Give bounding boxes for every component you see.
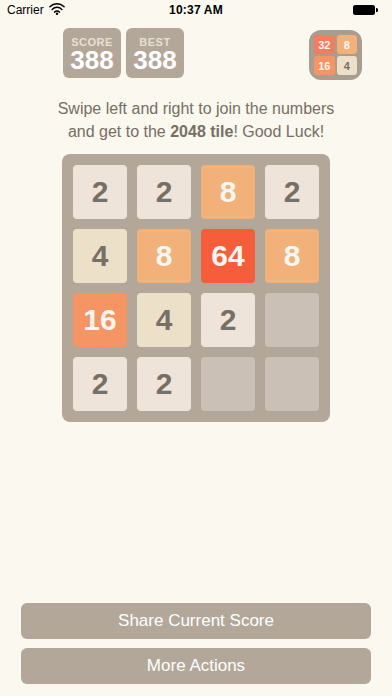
board-cell-r4c1-tile-2: 2 — [73, 357, 127, 411]
best-value: 388 — [133, 48, 176, 72]
app-icon-tile-32: 32 — [314, 35, 335, 54]
board-cell-r4c3-empty — [201, 357, 255, 411]
score-value: 388 — [70, 48, 113, 72]
instructions-line2: and get to the 2048 tile! Good Luck! — [0, 120, 392, 143]
board-cell-r3c3-tile-2: 2 — [201, 293, 255, 347]
board-cell-r2c4-tile-8: 8 — [265, 229, 319, 283]
board-cell-r2c3-tile-64: 64 — [201, 229, 255, 283]
app-icon-tile-16: 16 — [314, 56, 335, 75]
share-score-button[interactable]: Share Current Score — [21, 603, 371, 639]
best-score-box: BEST 388 — [126, 28, 184, 78]
board-cell-r1c1-tile-2: 2 — [73, 165, 127, 219]
carrier-label: Carrier — [7, 3, 44, 17]
board-cell-r1c3-tile-8: 8 — [201, 165, 255, 219]
more-actions-button[interactable]: More Actions — [21, 648, 371, 684]
battery-icon — [353, 5, 375, 15]
app-icon-2048: 328164 — [309, 30, 362, 80]
status-bar: Carrier 10:37 AM — [0, 0, 392, 20]
instructions-line1: Swipe left and right to join the numbers — [58, 100, 335, 117]
board-cell-r4c2-tile-2: 2 — [137, 357, 191, 411]
clock: 10:37 AM — [127, 3, 265, 17]
board-cell-r1c4-tile-2: 2 — [265, 165, 319, 219]
app-icon-tile-4: 4 — [337, 56, 358, 75]
app-icon-tile-8: 8 — [337, 35, 358, 54]
board-cell-r1c2-tile-2: 2 — [137, 165, 191, 219]
board-cell-r3c1-tile-16: 16 — [73, 293, 127, 347]
wifi-icon — [49, 3, 65, 18]
board-cell-r3c4-empty — [265, 293, 319, 347]
board-cell-r4c4-empty — [265, 357, 319, 411]
board-cell-r2c1-tile-4: 4 — [73, 229, 127, 283]
game-board[interactable]: 228248648164222 — [62, 154, 330, 422]
instructions-text: Swipe left and right to join the numbers… — [0, 97, 392, 143]
board-cell-r2c2-tile-8: 8 — [137, 229, 191, 283]
score-box: SCORE 388 — [63, 28, 121, 78]
board-cell-r3c2-tile-4: 4 — [137, 293, 191, 347]
